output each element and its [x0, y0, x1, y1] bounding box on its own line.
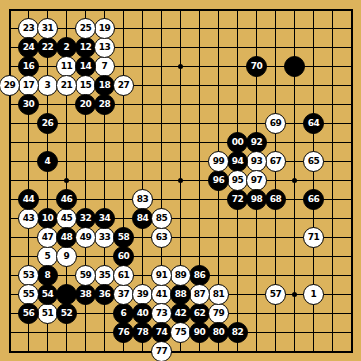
stone-move-66: 66: [303, 189, 324, 210]
stone-move-36: 36: [94, 284, 115, 305]
handicap-stone: [284, 56, 305, 77]
stone-move-94: 94: [227, 151, 248, 172]
stone-move-10: 10: [37, 208, 58, 229]
stone-move-28: 28: [94, 94, 115, 115]
stone-move-27: 27: [113, 75, 134, 96]
stone-move-39: 39: [132, 284, 153, 305]
stone-move-41: 41: [151, 284, 172, 305]
stone-move-82: 82: [227, 322, 248, 343]
stone-move-12: 12: [75, 37, 96, 58]
stone-move-22: 22: [37, 37, 58, 58]
stone-move-62: 62: [189, 303, 210, 324]
stone-move-20: 20: [75, 94, 96, 115]
stone-move-8: 8: [37, 265, 58, 286]
stone-move-65: 65: [303, 151, 324, 172]
stone-move-64: 64: [303, 113, 324, 134]
stone-move-45: 45: [56, 208, 77, 229]
stone-move-53: 53: [18, 265, 39, 286]
stone-move-40: 40: [132, 303, 153, 324]
stone-move-97: 97: [246, 170, 267, 191]
stone-move-80: 80: [208, 322, 229, 343]
star-point: [292, 178, 297, 183]
stone-move-23: 23: [18, 18, 39, 39]
stone-move-55: 55: [18, 284, 39, 305]
stone-move-37: 37: [113, 284, 134, 305]
star-point: [292, 292, 297, 297]
stone-move-43: 43: [18, 208, 39, 229]
stone-move-19: 19: [94, 18, 115, 39]
stone-move-5: 5: [37, 246, 58, 267]
stone-move-77: 77: [151, 341, 172, 361]
stone-move-51: 51: [37, 303, 58, 324]
stone-move-24: 24: [18, 37, 39, 58]
stone-move-52: 52: [56, 303, 77, 324]
stone-move-17: 17: [18, 75, 39, 96]
stone-move-68: 68: [265, 189, 286, 210]
stone-move-54: 54: [37, 284, 58, 305]
stone-move-46: 46: [56, 189, 77, 210]
stone-move-95: 95: [227, 170, 248, 191]
stone-move-11: 11: [56, 56, 77, 77]
stone-move-92: 92: [246, 132, 267, 153]
stone-move-25: 25: [75, 18, 96, 39]
stone-move-86: 86: [189, 265, 210, 286]
stone-move-48: 48: [56, 227, 77, 248]
stone-move-9: 9: [56, 246, 77, 267]
star-point: [178, 178, 183, 183]
stone-move-72: 72: [227, 189, 248, 210]
stone-move-1: 1: [303, 284, 324, 305]
stone-move-7: 7: [94, 56, 115, 77]
stone-move-78: 78: [132, 322, 153, 343]
stone-move-91: 91: [151, 265, 172, 286]
stone-move-88: 88: [170, 284, 191, 305]
stone-move-14: 14: [75, 56, 96, 77]
stone-move-85: 85: [151, 208, 172, 229]
stone-move-100: 00: [227, 132, 248, 153]
stone-move-76: 76: [113, 322, 134, 343]
stone-move-90: 90: [189, 322, 210, 343]
go-board: 1234567891011121314151617181920212223242…: [0, 0, 361, 361]
stone-move-69: 69: [265, 113, 286, 134]
stone-move-79: 79: [208, 303, 229, 324]
stone-move-18: 18: [94, 75, 115, 96]
stone-move-71: 71: [303, 227, 324, 248]
board-grid-line: [9, 351, 353, 353]
stone-move-34: 34: [94, 208, 115, 229]
stone-move-4: 4: [37, 151, 58, 172]
stone-move-42: 42: [170, 303, 191, 324]
stone-move-81: 81: [208, 284, 229, 305]
stone-move-30: 30: [18, 94, 39, 115]
stone-move-38: 38: [75, 284, 96, 305]
stone-move-93: 93: [246, 151, 267, 172]
board-grid-line: [351, 9, 353, 353]
stone-move-63: 63: [151, 227, 172, 248]
stone-move-89: 89: [170, 265, 191, 286]
stone-move-57: 57: [265, 284, 286, 305]
stone-move-6: 6: [113, 303, 134, 324]
stone-move-59: 59: [75, 265, 96, 286]
stone-move-84: 84: [132, 208, 153, 229]
board-grid-line: [332, 9, 333, 353]
stone-move-83: 83: [132, 189, 153, 210]
stone-move-16: 16: [18, 56, 39, 77]
stone-move-75: 75: [170, 322, 191, 343]
star-point: [64, 178, 69, 183]
stone-move-70: 70: [246, 56, 267, 77]
stone-move-74: 74: [151, 322, 172, 343]
stone-move-47: 47: [37, 227, 58, 248]
stone-move-2: 2: [56, 37, 77, 58]
stone-move-67: 67: [265, 151, 286, 172]
stone-move-49: 49: [75, 227, 96, 248]
stone-move-87: 87: [189, 284, 210, 305]
stone-move-15: 15: [75, 75, 96, 96]
handicap-stone: [56, 284, 77, 305]
stone-move-61: 61: [113, 265, 134, 286]
stone-move-60: 60: [113, 246, 134, 267]
stone-move-3: 3: [37, 75, 58, 96]
stone-move-31: 31: [37, 18, 58, 39]
stone-move-21: 21: [56, 75, 77, 96]
stone-move-56: 56: [18, 303, 39, 324]
stone-move-44: 44: [18, 189, 39, 210]
stone-move-13: 13: [94, 37, 115, 58]
star-point: [178, 64, 183, 69]
stone-move-32: 32: [75, 208, 96, 229]
stone-move-73: 73: [151, 303, 172, 324]
stone-move-26: 26: [37, 113, 58, 134]
stone-move-96: 96: [208, 170, 229, 191]
stone-move-33: 33: [94, 227, 115, 248]
stone-move-58: 58: [113, 227, 134, 248]
stone-move-98: 98: [246, 189, 267, 210]
stone-move-29: 29: [0, 75, 20, 96]
stone-move-99: 99: [208, 151, 229, 172]
stone-move-35: 35: [94, 265, 115, 286]
